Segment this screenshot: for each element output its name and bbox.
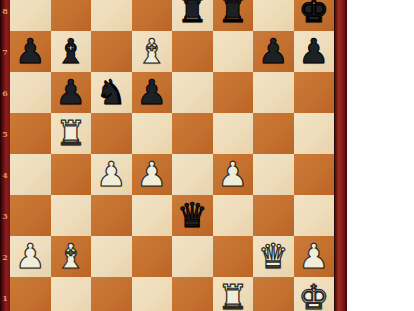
square-a8[interactable]	[10, 0, 51, 31]
square-a6[interactable]	[10, 72, 51, 113]
square-e3[interactable]: ♛	[172, 195, 213, 236]
piece-black-pawn-g7[interactable]: ♟	[258, 34, 288, 68]
piece-black-king-h8[interactable]: ♚	[299, 0, 329, 27]
square-c5[interactable]	[91, 113, 132, 154]
square-b6[interactable]: ♟	[51, 72, 92, 113]
square-d7[interactable]: ♝	[132, 31, 173, 72]
piece-white-queen-g2[interactable]: ♛	[258, 239, 288, 273]
square-h5[interactable]	[294, 113, 335, 154]
square-c6[interactable]: ♞	[91, 72, 132, 113]
square-e7[interactable]	[172, 31, 213, 72]
piece-black-bishop-b7[interactable]: ♝	[56, 34, 86, 68]
board-frame-left-edge: 87654321	[0, 0, 10, 311]
square-d4[interactable]: ♟	[132, 154, 173, 195]
square-b4[interactable]	[51, 154, 92, 195]
square-f4[interactable]: ♟	[213, 154, 254, 195]
square-g2[interactable]: ♛	[253, 236, 294, 277]
rank-label-2: 2	[0, 252, 10, 262]
square-h6[interactable]	[294, 72, 335, 113]
square-h2[interactable]: ♟	[294, 236, 335, 277]
square-g3[interactable]	[253, 195, 294, 236]
rank-label-8: 8	[0, 6, 10, 16]
page-background	[347, 0, 414, 311]
square-h7[interactable]: ♟	[294, 31, 335, 72]
piece-white-pawn-h2[interactable]: ♟	[299, 239, 329, 273]
piece-white-bishop-d7[interactable]: ♝	[137, 34, 167, 68]
board-grid: ♜♜♚♟♝♝♟♟♟♞♟♜♟♟♟♛♟♝♛♟♜♚	[10, 0, 334, 311]
piece-black-rook-e8[interactable]: ♜	[177, 0, 207, 27]
square-c1[interactable]	[91, 277, 132, 311]
square-b2[interactable]: ♝	[51, 236, 92, 277]
piece-black-pawn-a7[interactable]: ♟	[15, 34, 45, 68]
square-f1[interactable]: ♜	[213, 277, 254, 311]
square-f8[interactable]: ♜	[213, 0, 254, 31]
square-b3[interactable]	[51, 195, 92, 236]
square-f3[interactable]	[213, 195, 254, 236]
square-c8[interactable]	[91, 0, 132, 31]
rank-label-4: 4	[0, 170, 10, 180]
piece-black-rook-f8[interactable]: ♜	[218, 0, 248, 27]
square-d8[interactable]	[132, 0, 173, 31]
square-d2[interactable]	[132, 236, 173, 277]
square-a5[interactable]	[10, 113, 51, 154]
piece-black-pawn-b6[interactable]: ♟	[56, 75, 86, 109]
rank-label-1: 1	[0, 293, 10, 303]
square-h4[interactable]	[294, 154, 335, 195]
square-b5[interactable]: ♜	[51, 113, 92, 154]
board-frame: 87654321 ♜♜♚♟♝♝♟♟♟♞♟♜♟♟♟♛♟♝♛♟♜♚	[0, 0, 347, 311]
square-g6[interactable]	[253, 72, 294, 113]
board-frame-right-edge	[334, 0, 347, 311]
square-c4[interactable]: ♟	[91, 154, 132, 195]
piece-white-rook-b5[interactable]: ♜	[56, 116, 86, 150]
square-c2[interactable]	[91, 236, 132, 277]
square-e1[interactable]	[172, 277, 213, 311]
piece-white-pawn-a2[interactable]: ♟	[15, 239, 45, 273]
square-f2[interactable]	[213, 236, 254, 277]
rank-label-3: 3	[0, 211, 10, 221]
square-g1[interactable]	[253, 277, 294, 311]
piece-white-bishop-b2[interactable]: ♝	[56, 239, 86, 273]
square-e5[interactable]	[172, 113, 213, 154]
chess-diagram: 87654321 ♜♜♚♟♝♝♟♟♟♞♟♜♟♟♟♛♟♝♛♟♜♚	[0, 0, 414, 311]
rank-label-6: 6	[0, 88, 10, 98]
square-c3[interactable]	[91, 195, 132, 236]
square-c7[interactable]	[91, 31, 132, 72]
square-g8[interactable]	[253, 0, 294, 31]
square-e8[interactable]: ♜	[172, 0, 213, 31]
piece-black-pawn-d6[interactable]: ♟	[137, 75, 167, 109]
square-h8[interactable]: ♚	[294, 0, 335, 31]
square-b1[interactable]	[51, 277, 92, 311]
square-g7[interactable]: ♟	[253, 31, 294, 72]
piece-black-pawn-h7[interactable]: ♟	[299, 34, 329, 68]
square-a3[interactable]	[10, 195, 51, 236]
square-f5[interactable]	[213, 113, 254, 154]
square-h3[interactable]	[294, 195, 335, 236]
square-b7[interactable]: ♝	[51, 31, 92, 72]
square-b8[interactable]	[51, 0, 92, 31]
rank-label-5: 5	[0, 129, 10, 139]
square-g4[interactable]	[253, 154, 294, 195]
square-a4[interactable]	[10, 154, 51, 195]
square-e6[interactable]	[172, 72, 213, 113]
square-h1[interactable]: ♚	[294, 277, 335, 311]
piece-white-pawn-f4[interactable]: ♟	[218, 157, 248, 191]
square-g5[interactable]	[253, 113, 294, 154]
square-e2[interactable]	[172, 236, 213, 277]
piece-white-king-h1[interactable]: ♚	[299, 280, 329, 311]
square-a1[interactable]	[10, 277, 51, 311]
square-f6[interactable]	[213, 72, 254, 113]
square-d3[interactable]	[132, 195, 173, 236]
square-d1[interactable]	[132, 277, 173, 311]
piece-white-rook-f1[interactable]: ♜	[218, 280, 248, 311]
square-d5[interactable]	[132, 113, 173, 154]
square-d6[interactable]: ♟	[132, 72, 173, 113]
square-e4[interactable]	[172, 154, 213, 195]
piece-black-knight-c6[interactable]: ♞	[96, 75, 126, 109]
piece-white-pawn-d4[interactable]: ♟	[137, 157, 167, 191]
square-f7[interactable]	[213, 31, 254, 72]
square-a2[interactable]: ♟	[10, 236, 51, 277]
square-a7[interactable]: ♟	[10, 31, 51, 72]
rank-label-7: 7	[0, 47, 10, 57]
piece-white-pawn-c4[interactable]: ♟	[96, 157, 126, 191]
piece-black-queen-e3[interactable]: ♛	[177, 198, 207, 232]
